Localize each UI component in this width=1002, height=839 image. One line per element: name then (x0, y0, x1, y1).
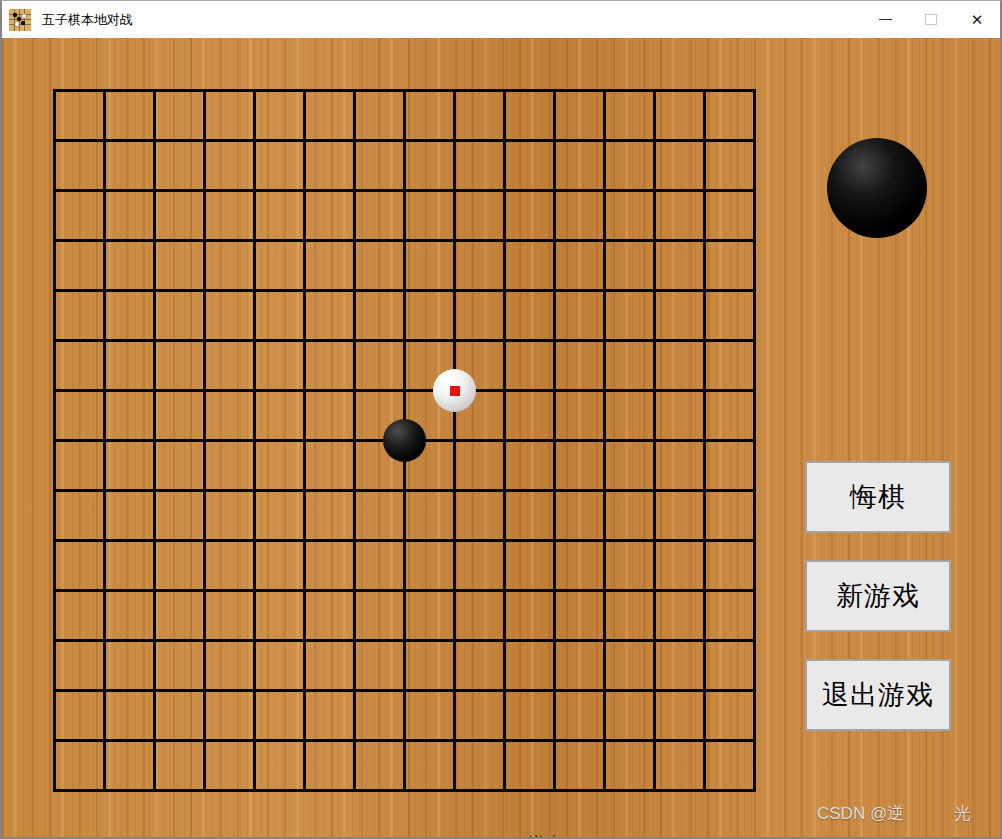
board-cell[interactable] (256, 192, 306, 242)
board-cell[interactable] (556, 542, 606, 592)
board-cell[interactable] (506, 342, 556, 392)
board-cell[interactable] (406, 142, 456, 192)
board-cell[interactable] (656, 392, 706, 442)
minimize-button[interactable] (862, 1, 908, 38)
board-cell[interactable] (456, 192, 506, 242)
board-cell[interactable] (606, 742, 656, 792)
board-cell[interactable] (356, 742, 406, 792)
board-cell[interactable] (606, 292, 656, 342)
board-cell[interactable] (706, 592, 756, 642)
board-cell[interactable] (356, 392, 406, 442)
board-cell[interactable] (106, 742, 156, 792)
board-cell[interactable] (506, 492, 556, 542)
board-cell[interactable] (406, 492, 456, 542)
board-cell[interactable] (106, 592, 156, 642)
board-cell[interactable] (256, 542, 306, 592)
board-cell[interactable] (256, 742, 306, 792)
board-cell[interactable] (306, 542, 356, 592)
board-cell[interactable] (56, 292, 106, 342)
board-cell[interactable] (356, 592, 406, 642)
board-cell[interactable] (256, 92, 306, 142)
board-cell[interactable] (656, 542, 706, 592)
new-game-button-label: 新游戏 (836, 578, 920, 614)
board-cell[interactable] (206, 242, 256, 292)
board-cell[interactable] (56, 692, 106, 742)
board-cell[interactable] (606, 192, 656, 242)
board-cell[interactable] (256, 242, 306, 292)
board-cell[interactable] (256, 442, 306, 492)
board-cell[interactable] (256, 392, 306, 442)
board-cell[interactable] (656, 642, 706, 692)
board-cell[interactable] (106, 492, 156, 542)
board-cell[interactable] (606, 642, 656, 692)
board-cell[interactable] (606, 542, 656, 592)
board-cell[interactable] (506, 292, 556, 342)
board-cell[interactable] (456, 642, 506, 692)
board-cell[interactable] (306, 92, 356, 142)
board-cell[interactable] (106, 392, 156, 442)
app-icon (9, 9, 31, 31)
board-cell[interactable] (456, 292, 506, 342)
board-cell[interactable] (256, 292, 306, 342)
board-cell[interactable] (356, 442, 406, 492)
board-cell[interactable] (706, 92, 756, 142)
board-cell[interactable] (356, 342, 406, 392)
board-cell[interactable] (556, 692, 606, 742)
board-cell[interactable] (456, 592, 506, 642)
board-grid[interactable] (53, 89, 756, 792)
board-cell[interactable] (406, 742, 456, 792)
board-cell[interactable] (106, 192, 156, 242)
board-cell[interactable] (506, 142, 556, 192)
board-cell[interactable] (106, 92, 156, 142)
board-cell[interactable] (656, 342, 706, 392)
board-cell[interactable] (156, 742, 206, 792)
board-cell[interactable] (206, 142, 256, 192)
undo-button-label: 悔棋 (850, 479, 906, 515)
board-cell[interactable] (406, 242, 456, 292)
board-cell[interactable] (606, 92, 656, 142)
board-cell[interactable] (556, 142, 606, 192)
board-cell[interactable] (406, 542, 456, 592)
board-cell[interactable] (256, 592, 306, 642)
exit-game-button-label: 退出游戏 (822, 677, 934, 713)
board-cell[interactable] (456, 142, 506, 192)
board-cell[interactable] (706, 242, 756, 292)
board-cell[interactable] (656, 442, 706, 492)
board-cell[interactable] (56, 492, 106, 542)
board-cell[interactable] (506, 442, 556, 492)
maximize-icon (925, 14, 937, 25)
board-cell[interactable] (406, 292, 456, 342)
board-cell[interactable] (606, 342, 656, 392)
board-cell[interactable] (456, 342, 506, 392)
game-area: 悔棋 新游戏 退出游戏 CSDN @逆 光 CSDN @逆光 (2, 38, 1000, 837)
board-cell[interactable] (456, 442, 506, 492)
board-cell[interactable] (156, 242, 206, 292)
board-cell[interactable] (656, 142, 706, 192)
board-cell[interactable] (56, 642, 106, 692)
board-cell[interactable] (56, 442, 106, 492)
board-cell[interactable] (206, 592, 256, 642)
board-cell[interactable] (706, 342, 756, 392)
board-cell[interactable] (706, 492, 756, 542)
board-cell[interactable] (556, 192, 606, 242)
board-cell[interactable] (506, 542, 556, 592)
board-cell[interactable] (306, 492, 356, 542)
board-cell[interactable] (606, 592, 656, 642)
app-window: 五子棋本地对战 ✕ 悔棋 新游戏 退出游戏 CSDN @逆 光 (0, 0, 1002, 839)
board-cell[interactable] (206, 542, 256, 592)
board-cell[interactable] (256, 142, 306, 192)
board-cell[interactable] (706, 642, 756, 692)
board-cell[interactable] (556, 92, 606, 142)
board-cell[interactable] (156, 292, 206, 342)
board-cell[interactable] (106, 292, 156, 342)
board-cell[interactable] (206, 342, 256, 392)
board-cell[interactable] (706, 442, 756, 492)
window-controls: ✕ (862, 1, 1000, 38)
board-cell[interactable] (706, 392, 756, 442)
board-cell[interactable] (406, 192, 456, 242)
board-cell[interactable] (56, 242, 106, 292)
board-cell[interactable] (306, 192, 356, 242)
board-cell[interactable] (456, 492, 506, 542)
board-cell[interactable] (306, 642, 356, 692)
board-cell[interactable] (456, 92, 506, 142)
turn-indicator-black-stone (827, 138, 927, 238)
board-cell[interactable] (306, 742, 356, 792)
board-cell[interactable] (356, 692, 406, 742)
board-cell[interactable] (106, 542, 156, 592)
board-cell[interactable] (556, 392, 606, 442)
board-cell[interactable] (156, 192, 206, 242)
board-cell[interactable] (556, 442, 606, 492)
board-cell[interactable] (106, 242, 156, 292)
maximize-button[interactable] (908, 1, 954, 38)
board-cell[interactable] (656, 242, 706, 292)
board-cell[interactable] (106, 692, 156, 742)
board-cell[interactable] (306, 392, 356, 442)
board-cell[interactable] (206, 292, 256, 342)
board-cell[interactable] (256, 342, 306, 392)
board-cell[interactable] (506, 392, 556, 442)
board-cell[interactable] (56, 342, 106, 392)
board-cell[interactable] (356, 92, 406, 142)
board-cell[interactable] (106, 342, 156, 392)
board-cell[interactable] (656, 692, 706, 742)
board-cell[interactable] (356, 142, 406, 192)
watermark-text-2: 光 (954, 802, 971, 825)
board-cell[interactable] (406, 392, 456, 442)
board-cell[interactable] (456, 242, 506, 292)
board-cell[interactable] (306, 242, 356, 292)
board-cell[interactable] (456, 392, 506, 442)
board-cell[interactable] (406, 642, 456, 692)
board-cell[interactable] (306, 442, 356, 492)
board-cell[interactable] (406, 692, 456, 742)
board-cell[interactable] (506, 642, 556, 692)
exit-game-button[interactable]: 退出游戏 (805, 659, 951, 731)
board-cell[interactable] (56, 392, 106, 442)
board-cell[interactable] (706, 742, 756, 792)
board-cell[interactable] (506, 92, 556, 142)
board-cell[interactable] (406, 92, 456, 142)
board-cell[interactable] (206, 392, 256, 442)
board-cell[interactable] (606, 392, 656, 442)
board-cell[interactable] (606, 242, 656, 292)
board-cell[interactable] (206, 692, 256, 742)
board-cell[interactable] (56, 92, 106, 142)
board-cell[interactable] (356, 492, 406, 542)
board-cell[interactable] (706, 292, 756, 342)
board-cell[interactable] (306, 692, 356, 742)
board-cell[interactable] (156, 542, 206, 592)
board-cell[interactable] (206, 492, 256, 542)
board-cell[interactable] (606, 442, 656, 492)
board-cell[interactable] (306, 342, 356, 392)
titlebar: 五子棋本地对战 ✕ (2, 1, 1000, 38)
board-cell[interactable] (506, 192, 556, 242)
board-cell[interactable] (56, 142, 106, 192)
board-cell[interactable] (156, 692, 206, 742)
board-cell[interactable] (406, 342, 456, 392)
board-cell[interactable] (606, 492, 656, 542)
board-cell[interactable] (206, 442, 256, 492)
board-cell[interactable] (256, 642, 306, 692)
board-cell[interactable] (56, 592, 106, 642)
minimize-icon (879, 19, 892, 20)
board-cell[interactable] (256, 692, 306, 742)
board-cell[interactable] (656, 292, 706, 342)
board-cell[interactable] (556, 742, 606, 792)
board-cell[interactable] (356, 542, 406, 592)
board-cell[interactable] (206, 192, 256, 242)
board-cell[interactable] (206, 642, 256, 692)
new-game-button[interactable]: 新游戏 (805, 560, 951, 632)
board-cell[interactable] (506, 692, 556, 742)
board-cell[interactable] (556, 242, 606, 292)
watermark-text: CSDN @逆 (817, 802, 904, 825)
board-cell[interactable] (106, 442, 156, 492)
board-cell[interactable] (156, 142, 206, 192)
board-cell[interactable] (256, 492, 306, 542)
board-cell[interactable] (306, 292, 356, 342)
board-cell[interactable] (356, 242, 406, 292)
board-cell[interactable] (56, 192, 106, 242)
board-cell[interactable] (356, 192, 406, 242)
board-cell[interactable] (156, 492, 206, 542)
board-cell[interactable] (706, 692, 756, 742)
board-cell[interactable] (156, 342, 206, 392)
board-cell[interactable] (506, 742, 556, 792)
board-cell[interactable] (656, 592, 706, 642)
board-cell[interactable] (56, 742, 106, 792)
board-cell[interactable] (156, 92, 206, 142)
board-cell[interactable] (106, 642, 156, 692)
board-cell[interactable] (556, 292, 606, 342)
board-cell[interactable] (506, 242, 556, 292)
board-cell[interactable] (706, 142, 756, 192)
board-cell[interactable] (656, 92, 706, 142)
board-cell[interactable] (306, 142, 356, 192)
board-cell[interactable] (656, 742, 706, 792)
board-cell[interactable] (556, 342, 606, 392)
board-cell[interactable] (456, 742, 506, 792)
board-cell[interactable] (456, 692, 506, 742)
close-icon: ✕ (971, 12, 984, 27)
board-cell[interactable] (656, 492, 706, 542)
board-cell[interactable] (556, 592, 606, 642)
board-cell[interactable] (456, 542, 506, 592)
board-cell[interactable] (206, 742, 256, 792)
window-title: 五子棋本地对战 (42, 11, 133, 29)
board-cell[interactable] (606, 692, 656, 742)
board-cell[interactable] (106, 142, 156, 192)
board-cell[interactable] (156, 392, 206, 442)
board-cell[interactable] (156, 642, 206, 692)
close-button[interactable]: ✕ (954, 1, 1000, 38)
board-cell[interactable] (56, 542, 106, 592)
board-cell[interactable] (306, 592, 356, 642)
board-cell[interactable] (606, 142, 656, 192)
watermark-clipped: CSDN @逆光 (458, 833, 588, 837)
board-cell[interactable] (206, 92, 256, 142)
board-cell[interactable] (656, 192, 706, 242)
board-cell[interactable] (706, 542, 756, 592)
undo-button[interactable]: 悔棋 (805, 461, 951, 533)
board-cell[interactable] (556, 492, 606, 542)
board-cell[interactable] (406, 592, 456, 642)
board-cell[interactable] (406, 442, 456, 492)
board-cell[interactable] (356, 642, 406, 692)
board-cell[interactable] (156, 592, 206, 642)
board-cell[interactable] (156, 442, 206, 492)
board-cell[interactable] (356, 292, 406, 342)
board-cell[interactable] (506, 592, 556, 642)
board-cell[interactable] (556, 642, 606, 692)
board-cell[interactable] (706, 192, 756, 242)
